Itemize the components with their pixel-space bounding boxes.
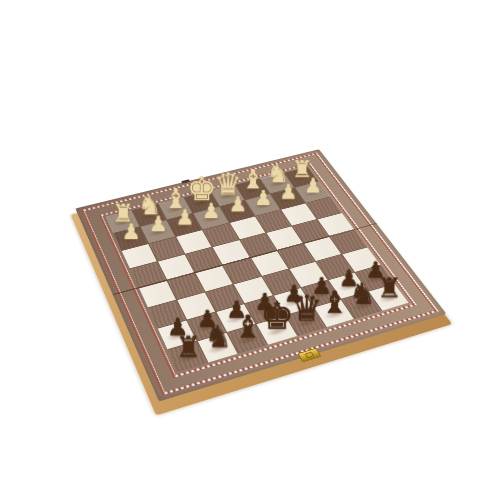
product-photo: ♜♞♝♚♛♝♞♜♟♟♟♟♟♟♟♟♟♟♟♟♟♟♟♟♜♞♝♚♛♝♞♜: [0, 0, 500, 500]
chess-piece-glyph: ♚: [261, 297, 295, 335]
chess-piece-glyph: ♛: [290, 291, 322, 326]
chess-piece-glyph: ♞: [205, 322, 233, 353]
chess-piece-glyph: ♝: [234, 312, 262, 344]
chess-set: ♜♞♝♚♛♝♞♜♟♟♟♟♟♟♟♟♟♟♟♟♟♟♟♟♜♞♝♚♛♝♞♜: [75, 149, 446, 401]
chess-piece-glyph: ♜: [175, 332, 201, 361]
board-surface: ♜♞♝♚♛♝♞♜♟♟♟♟♟♟♟♟♟♟♟♟♟♟♟♟♜♞♝♚♛♝♞♜: [75, 149, 446, 401]
chess-piece-glyph: ♜: [377, 275, 401, 302]
chess-piece-glyph: ♞: [349, 280, 375, 310]
chess-piece-glyph: ♝: [321, 287, 349, 318]
